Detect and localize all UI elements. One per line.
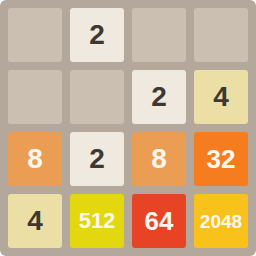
empty-cell-r2c2 [70,70,124,124]
tile-4-r4c1: 4 [8,194,62,248]
tile-4-r2c4: 4 [194,70,248,124]
tile-32-r3c4: 32 [194,132,248,186]
tile-64-r4c3: 64 [132,194,186,248]
tile-2-r1c2: 2 [70,8,124,62]
empty-cell-r2c1 [8,70,62,124]
tile-2-r2c3: 2 [132,70,186,124]
tile-2048-r4c4: 2048 [194,194,248,248]
empty-cell-r1c3 [132,8,186,62]
empty-cell-r1c4 [194,8,248,62]
empty-cell-r1c1 [8,8,62,62]
board-2048[interactable]: 224828324512642048 [0,0,256,256]
tile-2-r3c2: 2 [70,132,124,186]
tile-512-r4c2: 512 [70,194,124,248]
tile-8-r3c3: 8 [132,132,186,186]
tile-8-r3c1: 8 [8,132,62,186]
